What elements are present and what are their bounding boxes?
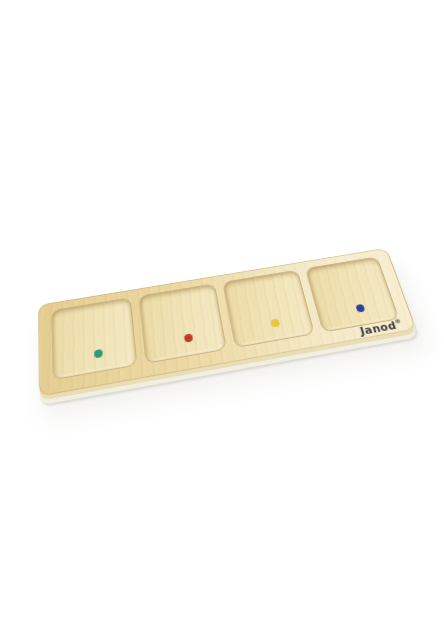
yellow-dot [271,319,281,328]
registered-trademark-icon: ® [394,317,402,325]
green-dot [94,349,103,358]
tray-perspective-wrap: Janod® [38,248,417,397]
compartment-yellow [222,270,314,348]
product-photo-background: Janod® [0,0,444,640]
compartment-green [51,297,137,380]
red-dot [184,334,193,343]
compartment-red [138,283,227,364]
sorting-tray-board: Janod® [38,248,417,397]
blue-dot [355,304,365,313]
